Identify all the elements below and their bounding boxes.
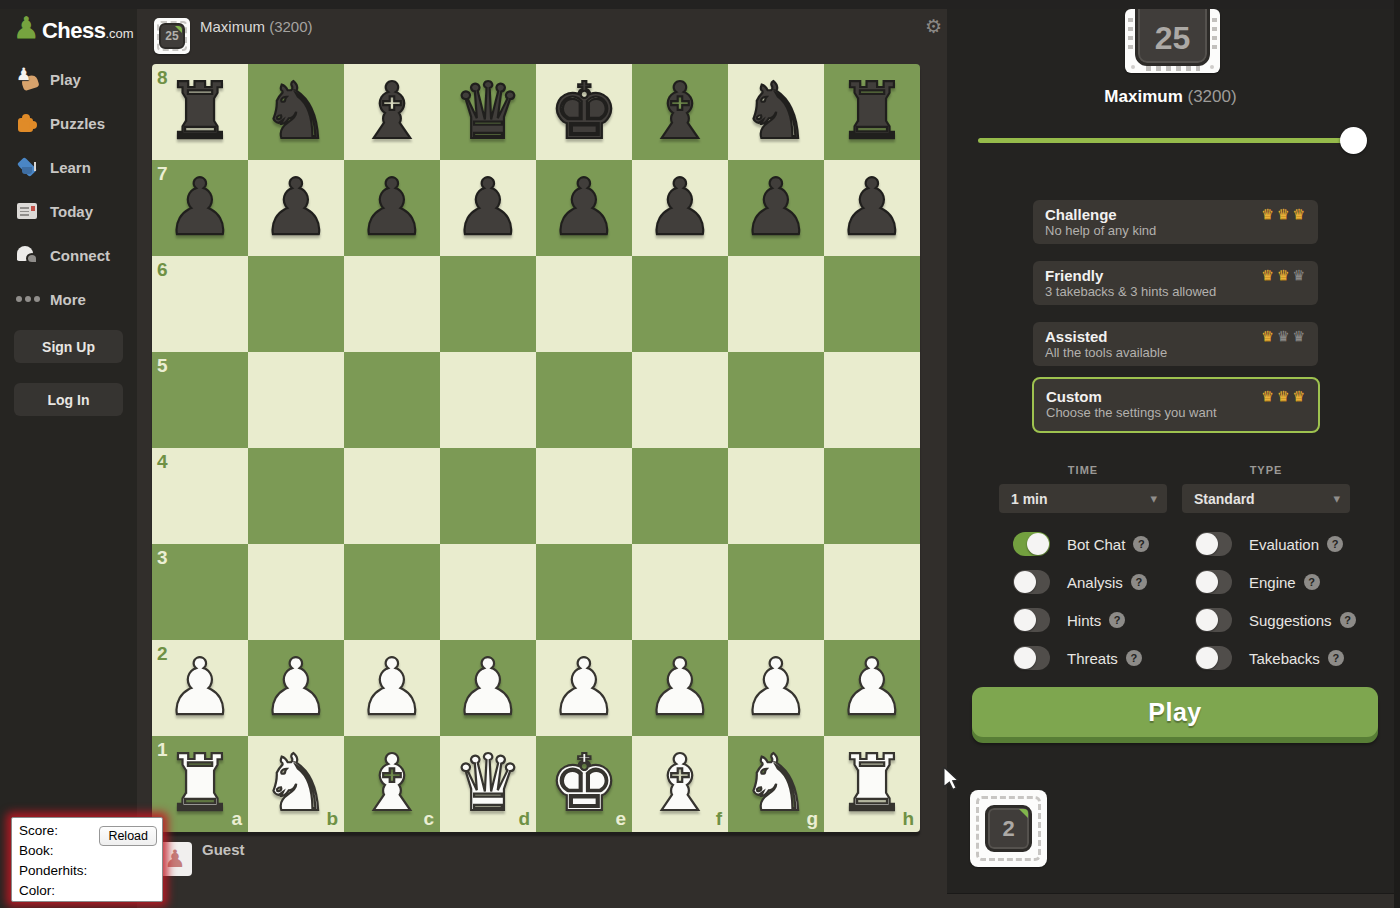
black-pawn[interactable]: ♟ xyxy=(824,160,920,254)
square-a3[interactable]: 3 xyxy=(152,544,248,640)
black-king[interactable]: ♚ xyxy=(536,64,632,158)
white-king[interactable]: ♚ xyxy=(536,736,632,830)
toggle-label: Engine xyxy=(1249,574,1296,591)
top-strip xyxy=(0,0,1400,9)
toggle-label: Suggestions xyxy=(1249,612,1332,629)
chip-dot xyxy=(1210,65,1214,69)
black-rook[interactable]: ♜ xyxy=(824,64,920,158)
square-f5[interactable] xyxy=(632,352,728,448)
play-button-label: Play xyxy=(1148,698,1201,727)
analysis-toggle[interactable] xyxy=(1013,570,1050,594)
square-e5[interactable] xyxy=(536,352,632,448)
toggle-label: Bot Chat xyxy=(1067,536,1125,553)
guest-pawn-icon: ♟ xyxy=(164,845,186,873)
guest-name: Guest xyxy=(202,841,245,858)
square-h4[interactable] xyxy=(824,448,920,544)
mode-card-friendly[interactable]: Friendly 3 takebacks & 3 hints allowed ♛… xyxy=(1033,261,1318,305)
black-rook[interactable]: ♜ xyxy=(152,64,248,158)
chip-dot xyxy=(1131,65,1135,69)
square-b3[interactable] xyxy=(248,544,344,640)
threats-toggle[interactable] xyxy=(1013,646,1050,670)
square-g8[interactable]: ♞ xyxy=(728,64,824,160)
square-a6[interactable]: 6 xyxy=(152,256,248,352)
engine-toggle[interactable] xyxy=(1195,570,1232,594)
bot-badge-large[interactable]: 25 xyxy=(1125,9,1220,73)
reload-button[interactable]: Reload xyxy=(99,826,157,846)
bot-chip-icon: 25 xyxy=(1135,9,1210,66)
white-rook[interactable]: ♜ xyxy=(152,736,248,830)
sidebar-item-puzzles[interactable]: Puzzles xyxy=(0,101,137,145)
white-pawn[interactable]: ♟ xyxy=(248,640,344,734)
scrollbar-track[interactable] xyxy=(1394,0,1400,908)
white-pawn[interactable]: ♟ xyxy=(152,640,248,734)
crown-gray-icon: ♛ xyxy=(1277,328,1293,344)
square-e4[interactable] xyxy=(536,448,632,544)
square-a1[interactable]: 1a♜ xyxy=(152,736,248,832)
type-value: Standard xyxy=(1194,491,1333,507)
square-b6[interactable] xyxy=(248,256,344,352)
square-b7[interactable]: ♟ xyxy=(248,160,344,256)
square-d6[interactable] xyxy=(440,256,536,352)
sign-up-button[interactable]: Sign Up xyxy=(14,330,123,363)
black-pawn[interactable]: ♟ xyxy=(440,160,536,254)
square-h3[interactable] xyxy=(824,544,920,640)
chip-pins xyxy=(1212,18,1217,54)
chip-notch xyxy=(1019,809,1028,818)
bot-badge-small[interactable]: 25 xyxy=(154,18,190,54)
square-f6[interactable] xyxy=(632,256,728,352)
chip-pins xyxy=(1128,18,1133,54)
square-f4[interactable] xyxy=(632,448,728,544)
white-queen[interactable]: ♛ xyxy=(440,736,536,830)
black-queen[interactable]: ♛ xyxy=(440,64,536,158)
bot-chip-icon: 25 xyxy=(159,23,185,49)
square-b4[interactable] xyxy=(248,448,344,544)
square-g3[interactable] xyxy=(728,544,824,640)
crown-gold-icon: ♛ xyxy=(1261,328,1277,344)
square-h8[interactable]: ♜ xyxy=(824,64,920,160)
black-pawn[interactable]: ♟ xyxy=(536,160,632,254)
square-d3[interactable] xyxy=(440,544,536,640)
crown-icons: ♛♛♛ xyxy=(1261,328,1308,344)
square-g2[interactable]: ♟ xyxy=(728,640,824,736)
guest-avatar[interactable]: ♟ xyxy=(158,842,192,876)
mode-card-custom[interactable]: Custom Choose the settings you want ♛♛♛ xyxy=(1032,377,1320,433)
crown-icons: ♛♛♛ xyxy=(1261,206,1308,222)
square-a8[interactable]: 8♜ xyxy=(152,64,248,160)
sidebar-item-more[interactable]: More xyxy=(0,277,137,321)
toggle-label: Takebacks xyxy=(1249,650,1320,667)
crown-icons: ♛♛♛ xyxy=(1261,388,1308,404)
square-a4[interactable]: 4 xyxy=(152,448,248,544)
toggle-row-engine: Engine ? xyxy=(1195,563,1356,601)
square-d1[interactable]: d♛ xyxy=(440,736,536,832)
white-bishop[interactable]: ♝ xyxy=(632,736,728,830)
square-e3[interactable] xyxy=(536,544,632,640)
square-f3[interactable] xyxy=(632,544,728,640)
sidebar: ♟ Chess .com ♟ Play Puzzles Learn Today xyxy=(0,0,137,908)
black-bishop[interactable]: ♝ xyxy=(632,64,728,158)
square-f2[interactable]: ♟ xyxy=(632,640,728,736)
square-d7[interactable]: ♟ xyxy=(440,160,536,256)
square-c7[interactable]: ♟ xyxy=(344,160,440,256)
crown-gold-icon: ♛ xyxy=(1261,267,1277,283)
bot-name: Maximum xyxy=(1104,87,1182,106)
square-c4[interactable] xyxy=(344,448,440,544)
sidebar-item-play[interactable]: ♟ Play xyxy=(0,57,137,101)
black-pawn[interactable]: ♟ xyxy=(344,160,440,254)
black-pawn[interactable]: ♟ xyxy=(728,160,824,254)
logo-brand-text: Chess xyxy=(42,19,106,43)
help-icon[interactable]: ? xyxy=(1327,536,1343,552)
bot-chat-toggle[interactable] xyxy=(1013,532,1050,556)
evaluation-toggle[interactable] xyxy=(1195,532,1232,556)
log-in-button[interactable]: Log In xyxy=(14,383,123,416)
difficulty-slider-handle[interactable] xyxy=(1340,127,1367,154)
bot-rating: (3200) xyxy=(1188,87,1237,106)
sidebar-item-connect[interactable]: Connect xyxy=(0,233,137,277)
mode-desc: No help of any kind xyxy=(1045,223,1306,239)
toggle-row-analysis: Analysis ? xyxy=(1013,563,1149,601)
rank-label: 3 xyxy=(157,547,168,569)
help-icon[interactable]: ? xyxy=(1340,612,1356,628)
toggle-row-evaluation: Evaluation ? xyxy=(1195,525,1356,563)
help-icon[interactable]: ? xyxy=(1131,574,1147,590)
square-a2[interactable]: 2♟ xyxy=(152,640,248,736)
puzzle-icon xyxy=(14,110,40,136)
sidebar-item-learn[interactable]: Learn xyxy=(0,145,137,189)
white-pawn[interactable]: ♟ xyxy=(536,640,632,734)
bot-level-number: 25 xyxy=(1155,13,1191,63)
white-rook[interactable]: ♜ xyxy=(824,736,920,830)
type-dropdown[interactable]: Standard ▾ xyxy=(1182,484,1350,513)
black-knight[interactable]: ♞ xyxy=(728,64,824,158)
square-c1[interactable]: c♝ xyxy=(344,736,440,832)
time-dropdown[interactable]: 1 min ▾ xyxy=(999,484,1167,513)
square-g5[interactable] xyxy=(728,352,824,448)
chip-notch xyxy=(175,26,182,33)
settings-gear-icon[interactable]: ⚙ xyxy=(925,15,942,37)
logo-pawn-icon: ♟ xyxy=(13,13,40,43)
square-h5[interactable] xyxy=(824,352,920,448)
square-g4[interactable] xyxy=(728,448,824,544)
square-g6[interactable] xyxy=(728,256,824,352)
white-pawn[interactable]: ♟ xyxy=(824,640,920,734)
toggle-row-takebacks: Takebacks ? xyxy=(1195,639,1356,677)
topbar-bot-name: Maximum (3200) xyxy=(200,18,313,35)
ellipsis-icon xyxy=(14,286,40,312)
chevron-down-icon: ▾ xyxy=(1150,491,1157,506)
toggle-label: Evaluation xyxy=(1249,536,1319,553)
speech-bubbles-icon xyxy=(14,242,40,268)
crown-icons: ♛♛♛ xyxy=(1261,267,1308,283)
help-icon[interactable]: ? xyxy=(1109,612,1125,628)
square-e1[interactable]: e♚ xyxy=(536,736,632,832)
square-b8[interactable]: ♞ xyxy=(248,64,344,160)
square-h6[interactable] xyxy=(824,256,920,352)
white-bishop[interactable]: ♝ xyxy=(344,736,440,830)
square-g7[interactable]: ♟ xyxy=(728,160,824,256)
mode-card-assisted[interactable]: Assisted All the tools available ♛♛♛ xyxy=(1033,322,1318,366)
sidebar-item-label: Learn xyxy=(50,159,91,176)
crown-gray-icon: ♛ xyxy=(1292,267,1308,283)
bot-name: Maximum xyxy=(200,18,265,35)
square-d8[interactable]: ♛ xyxy=(440,64,536,160)
right-footer-bar xyxy=(947,893,1394,908)
mode-desc: 3 takebacks & 3 hints allowed xyxy=(1045,284,1306,300)
square-g1[interactable]: g♞ xyxy=(728,736,824,832)
sidebar-item-label: Today xyxy=(50,203,93,220)
sidebar-nav: ♟ Play Puzzles Learn Today Connect Mo xyxy=(0,57,137,321)
hints-toggle[interactable] xyxy=(1013,608,1050,632)
bot-rating: (3200) xyxy=(269,18,312,35)
time-label: TIME xyxy=(999,464,1167,476)
help-icon[interactable]: ? xyxy=(1126,650,1142,666)
sidebar-item-label: Play xyxy=(50,71,81,88)
square-b5[interactable] xyxy=(248,352,344,448)
white-pawn[interactable]: ♟ xyxy=(728,640,824,734)
square-e6[interactable] xyxy=(536,256,632,352)
debug-ponderhits-line: Ponderhits: xyxy=(19,861,162,881)
white-pawn[interactable]: ♟ xyxy=(632,640,728,734)
graduation-cap-icon xyxy=(14,154,40,180)
newspaper-icon xyxy=(14,198,40,224)
panel-bot-title: Maximum (3200) xyxy=(947,87,1394,107)
bot-chip-icon: 2 xyxy=(985,805,1032,852)
black-pawn[interactable]: ♟ xyxy=(152,160,248,254)
white-knight[interactable]: ♞ xyxy=(248,736,344,830)
difficulty-slider-track[interactable] xyxy=(978,138,1355,143)
app-window: ♟ Chess .com ♟ Play Puzzles Learn Today xyxy=(0,0,1400,908)
logo-tld-text: .com xyxy=(105,25,133,43)
opponent-bot-badge[interactable]: 2 xyxy=(970,790,1047,867)
crown-gray-icon: ♛ xyxy=(1292,328,1308,344)
help-icon[interactable]: ? xyxy=(1328,650,1344,666)
square-d4[interactable] xyxy=(440,448,536,544)
takebacks-toggle[interactable] xyxy=(1195,646,1232,670)
square-h2[interactable]: ♟ xyxy=(824,640,920,736)
square-f1[interactable]: f♝ xyxy=(632,736,728,832)
black-knight[interactable]: ♞ xyxy=(248,64,344,158)
toggle-column-left: Bot Chat ? Analysis ? Hints ? Threats ? xyxy=(1013,525,1149,677)
square-d2[interactable]: ♟ xyxy=(440,640,536,736)
white-pawn[interactable]: ♟ xyxy=(440,640,536,734)
square-c2[interactable]: ♟ xyxy=(344,640,440,736)
type-label: TYPE xyxy=(1182,464,1350,476)
black-pawn[interactable]: ♟ xyxy=(632,160,728,254)
toggle-label: Analysis xyxy=(1067,574,1123,591)
mode-card-challenge[interactable]: Challenge No help of any kind ♛♛♛ xyxy=(1033,200,1318,244)
square-b1[interactable]: b♞ xyxy=(248,736,344,832)
square-c5[interactable] xyxy=(344,352,440,448)
rank-label: 6 xyxy=(157,259,168,281)
crown-gold-icon: ♛ xyxy=(1277,206,1293,222)
square-h1[interactable]: h♜ xyxy=(824,736,920,832)
crown-gold-icon: ♛ xyxy=(1292,206,1308,222)
play-icon: ♟ xyxy=(14,66,40,92)
white-knight[interactable]: ♞ xyxy=(728,736,824,830)
square-b2[interactable]: ♟ xyxy=(248,640,344,736)
crown-gold-icon: ♛ xyxy=(1261,206,1277,222)
square-h7[interactable]: ♟ xyxy=(824,160,920,256)
sidebar-item-today[interactable]: Today xyxy=(0,189,137,233)
square-c8[interactable]: ♝ xyxy=(344,64,440,160)
square-e8[interactable]: ♚ xyxy=(536,64,632,160)
square-c3[interactable] xyxy=(344,544,440,640)
black-pawn[interactable]: ♟ xyxy=(248,160,344,254)
chess-board[interactable]: 8♜♞♝♛♚♝♞♜7♟♟♟♟♟♟♟♟65432♟♟♟♟♟♟♟♟1a♜b♞c♝d♛… xyxy=(152,64,920,832)
chevron-down-icon: ▾ xyxy=(1333,491,1340,506)
toggle-column-right: Evaluation ? Engine ? Suggestions ? Take… xyxy=(1195,525,1356,677)
help-icon[interactable]: ? xyxy=(1133,536,1149,552)
play-button[interactable]: Play xyxy=(972,687,1378,737)
extension-debug-overlay: Score: Book: Ponderhits: Color: Reload xyxy=(11,817,163,902)
rank-label: 4 xyxy=(157,451,168,473)
rank-label: 5 xyxy=(157,355,168,377)
black-bishop[interactable]: ♝ xyxy=(344,64,440,158)
debug-color-line: Color: xyxy=(19,881,162,901)
square-d5[interactable] xyxy=(440,352,536,448)
sidebar-item-label: Puzzles xyxy=(50,115,105,132)
white-pawn[interactable]: ♟ xyxy=(344,640,440,734)
help-icon[interactable]: ? xyxy=(1304,574,1320,590)
suggestions-toggle[interactable] xyxy=(1195,608,1232,632)
square-f8[interactable]: ♝ xyxy=(632,64,728,160)
toggle-row-suggestions: Suggestions ? xyxy=(1195,601,1356,639)
right-panel xyxy=(947,0,1400,908)
mode-desc: All the tools available xyxy=(1045,345,1306,361)
sidebar-item-label: More xyxy=(50,291,86,308)
crown-gold-icon: ♛ xyxy=(1261,388,1277,404)
square-a5[interactable]: 5 xyxy=(152,352,248,448)
square-f7[interactable]: ♟ xyxy=(632,160,728,256)
crown-gold-icon: ♛ xyxy=(1277,267,1293,283)
time-value: 1 min xyxy=(1011,491,1150,507)
bot-level-number: 2 xyxy=(1002,816,1014,842)
toggle-row-threats: Threats ? xyxy=(1013,639,1149,677)
square-c6[interactable] xyxy=(344,256,440,352)
square-e2[interactable]: ♟ xyxy=(536,640,632,736)
toggle-row-hints: Hints ? xyxy=(1013,601,1149,639)
toggle-row-bot-chat: Bot Chat ? xyxy=(1013,525,1149,563)
square-a7[interactable]: 7♟ xyxy=(152,160,248,256)
mode-desc: Choose the settings you want xyxy=(1046,405,1306,421)
sidebar-item-label: Connect xyxy=(50,247,110,264)
square-e7[interactable]: ♟ xyxy=(536,160,632,256)
toggle-label: Threats xyxy=(1067,650,1118,667)
crown-gold-icon: ♛ xyxy=(1277,388,1293,404)
crown-gold-icon: ♛ xyxy=(1292,388,1308,404)
chesscom-logo[interactable]: ♟ Chess .com xyxy=(13,13,134,43)
toggle-label: Hints xyxy=(1067,612,1101,629)
